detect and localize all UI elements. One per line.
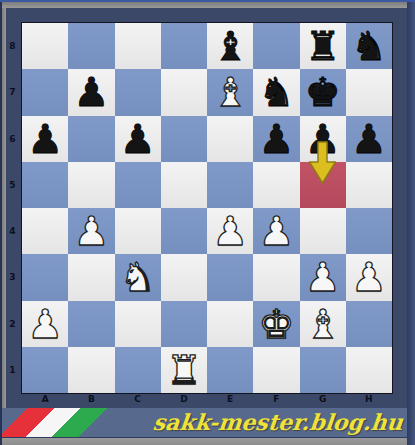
square-a7[interactable] [22,69,68,115]
piece-white-pawn-h3[interactable]: ♟ [351,257,387,297]
piece-black-pawn-h6[interactable]: ♟ [351,119,387,159]
square-b1[interactable] [68,347,114,393]
square-e5[interactable] [207,162,253,208]
square-c4[interactable] [115,208,161,254]
piece-white-king-f2[interactable]: ♚ [258,304,294,344]
rank-label-3: 3 [5,254,20,300]
square-e4[interactable]: ♟ [207,208,253,254]
square-d6[interactable] [161,116,207,162]
square-b2[interactable] [68,301,114,347]
footer-bar: sakk-mester.blog.hu [0,408,415,437]
square-b8[interactable] [68,23,114,69]
square-b5[interactable] [68,162,114,208]
file-label-f: F [253,394,299,407]
square-a1[interactable] [22,347,68,393]
file-label-d: D [161,394,207,407]
piece-black-knight-f7[interactable]: ♞ [258,72,294,112]
square-f1[interactable] [253,347,299,393]
square-g8[interactable]: ♜ [300,23,346,69]
chess-board[interactable]: ♝♜♞♟♝♞♚♟♟♟♟♟♟♟♟♞♟♟♟♚♝♜ [22,23,392,393]
square-a8[interactable] [22,23,68,69]
square-d8[interactable] [161,23,207,69]
square-b6[interactable] [68,116,114,162]
square-a6[interactable]: ♟ [22,116,68,162]
piece-black-bishop-e8[interactable]: ♝ [212,26,248,66]
square-d5[interactable] [161,162,207,208]
file-label-c: C [115,394,161,407]
file-label-e: E [207,394,253,407]
square-d1[interactable]: ♜ [161,347,207,393]
square-d7[interactable] [161,69,207,115]
hungarian-flag-icon [2,408,114,437]
window-edge-left-line [0,2,2,445]
file-label-h: H [346,394,392,407]
square-g5[interactable] [300,162,346,208]
square-g3[interactable]: ♟ [300,254,346,300]
rank-label-6: 6 [5,116,20,162]
square-h4[interactable] [346,208,392,254]
square-b3[interactable] [68,254,114,300]
square-g1[interactable] [300,347,346,393]
file-label-b: B [68,394,114,407]
square-a2[interactable]: ♟ [22,301,68,347]
piece-white-knight-c3[interactable]: ♞ [120,257,156,297]
piece-white-bishop-g2[interactable]: ♝ [305,304,341,344]
square-e6[interactable] [207,116,253,162]
square-c5[interactable] [115,162,161,208]
piece-white-pawn-a2[interactable]: ♟ [27,304,63,344]
square-f8[interactable] [253,23,299,69]
square-e2[interactable] [207,301,253,347]
piece-white-pawn-b4[interactable]: ♟ [73,211,109,251]
square-h8[interactable]: ♞ [346,23,392,69]
window-edge-top [0,2,408,8]
window-edge-right [407,2,415,445]
piece-black-rook-g8[interactable]: ♜ [305,26,341,66]
square-a5[interactable] [22,162,68,208]
square-c3[interactable]: ♞ [115,254,161,300]
square-f5[interactable] [253,162,299,208]
square-h1[interactable] [346,347,392,393]
square-f4[interactable]: ♟ [253,208,299,254]
square-g7[interactable]: ♚ [300,69,346,115]
piece-black-pawn-c6[interactable]: ♟ [120,119,156,159]
square-h2[interactable] [346,301,392,347]
square-f6[interactable]: ♟ [253,116,299,162]
piece-white-pawn-f4[interactable]: ♟ [258,211,294,251]
rank-label-7: 7 [5,69,20,115]
square-f7[interactable]: ♞ [253,69,299,115]
square-a4[interactable] [22,208,68,254]
square-h3[interactable]: ♟ [346,254,392,300]
piece-white-pawn-e4[interactable]: ♟ [212,211,248,251]
square-a3[interactable] [22,254,68,300]
square-e3[interactable] [207,254,253,300]
square-f2[interactable]: ♚ [253,301,299,347]
square-e7[interactable]: ♝ [207,69,253,115]
square-d2[interactable] [161,301,207,347]
piece-black-pawn-b7[interactable]: ♟ [73,72,109,112]
window-edge-bottom [0,437,407,445]
square-g4[interactable] [300,208,346,254]
piece-black-king-g7[interactable]: ♚ [305,72,341,112]
square-h7[interactable] [346,69,392,115]
rank-label-2: 2 [5,301,20,347]
piece-black-pawn-f6[interactable]: ♟ [258,119,294,159]
square-c7[interactable] [115,69,161,115]
rank-label-4: 4 [5,208,20,254]
piece-black-pawn-g6[interactable]: ♟ [305,119,341,159]
square-h6[interactable]: ♟ [346,116,392,162]
square-e8[interactable]: ♝ [207,23,253,69]
rank-label-1: 1 [5,347,20,393]
square-b7[interactable]: ♟ [68,69,114,115]
square-c6[interactable]: ♟ [115,116,161,162]
square-c2[interactable] [115,301,161,347]
square-g6[interactable]: ♟ [300,116,346,162]
square-b4[interactable]: ♟ [68,208,114,254]
square-g2[interactable]: ♝ [300,301,346,347]
site-logo-text: sakk-mester.blog.hu [152,409,405,436]
square-c8[interactable] [115,23,161,69]
square-d3[interactable] [161,254,207,300]
piece-black-knight-h8[interactable]: ♞ [351,26,387,66]
square-d4[interactable] [161,208,207,254]
file-label-a: A [22,394,68,407]
square-c1[interactable] [115,347,161,393]
square-h5[interactable] [346,162,392,208]
file-label-g: G [300,394,346,407]
square-f3[interactable] [253,254,299,300]
rank-label-8: 8 [5,23,20,69]
piece-white-bishop-e7[interactable]: ♝ [212,72,248,112]
rank-label-5: 5 [5,162,20,208]
window-edge-left [2,8,6,408]
chess-diagram-window: ♝♜♞♟♝♞♚♟♟♟♟♟♟♟♟♞♟♟♟♚♝♜ 87654321 ABCDEFGH… [0,0,415,445]
piece-white-rook-d1[interactable]: ♜ [166,350,202,390]
piece-black-pawn-a6[interactable]: ♟ [27,119,63,159]
square-e1[interactable] [207,347,253,393]
piece-white-pawn-g3[interactable]: ♟ [305,257,341,297]
